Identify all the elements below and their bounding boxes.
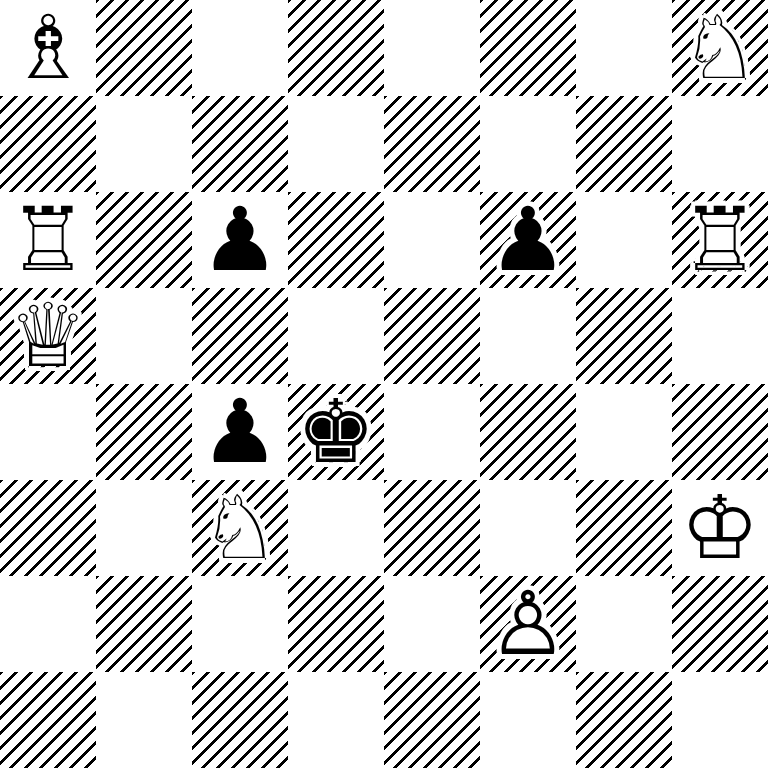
square-f5[interactable] (480, 288, 576, 384)
square-f8[interactable] (480, 0, 576, 96)
piece-black-pawn[interactable]: ♟ (192, 192, 288, 288)
piece-outline-layer: ♙ (480, 576, 576, 672)
square-g2[interactable] (576, 576, 672, 672)
chessboard: ♝♗♞♘♜♖♟♟♜♖♛♕♟♚♞♘♚♔♟♙ (0, 0, 768, 768)
square-a6[interactable]: ♜♖ (0, 192, 96, 288)
square-a2[interactable] (0, 576, 96, 672)
square-d1[interactable] (288, 672, 384, 768)
piece-solid-layer: ♟ (192, 384, 288, 480)
square-a5[interactable]: ♛♕ (0, 288, 96, 384)
square-f4[interactable] (480, 384, 576, 480)
square-h5[interactable] (672, 288, 768, 384)
piece-white-knight[interactable]: ♞♘ (672, 0, 768, 96)
square-h4[interactable] (672, 384, 768, 480)
square-g8[interactable] (576, 0, 672, 96)
square-a8[interactable]: ♝♗ (0, 0, 96, 96)
piece-solid-layer: ♟ (480, 192, 576, 288)
square-d8[interactable] (288, 0, 384, 96)
square-f3[interactable] (480, 480, 576, 576)
square-d5[interactable] (288, 288, 384, 384)
piece-outline-layer: ♔ (672, 480, 768, 576)
square-h1[interactable] (672, 672, 768, 768)
square-h8[interactable]: ♞♘ (672, 0, 768, 96)
piece-white-queen[interactable]: ♛♕ (0, 288, 96, 384)
square-c3[interactable]: ♞♘ (192, 480, 288, 576)
square-g1[interactable] (576, 672, 672, 768)
square-d4[interactable]: ♚ (288, 384, 384, 480)
piece-outline-layer: ♖ (672, 192, 768, 288)
square-e3[interactable] (384, 480, 480, 576)
square-a1[interactable] (0, 672, 96, 768)
square-d7[interactable] (288, 96, 384, 192)
square-c6[interactable]: ♟ (192, 192, 288, 288)
piece-outline-layer: ♘ (672, 0, 768, 96)
square-b8[interactable] (96, 0, 192, 96)
piece-black-pawn[interactable]: ♟ (480, 192, 576, 288)
piece-white-knight[interactable]: ♞♘ (192, 480, 288, 576)
square-b6[interactable] (96, 192, 192, 288)
square-g7[interactable] (576, 96, 672, 192)
square-f7[interactable] (480, 96, 576, 192)
square-e4[interactable] (384, 384, 480, 480)
piece-black-pawn[interactable]: ♟ (192, 384, 288, 480)
square-d2[interactable] (288, 576, 384, 672)
square-c7[interactable] (192, 96, 288, 192)
square-f1[interactable] (480, 672, 576, 768)
square-d6[interactable] (288, 192, 384, 288)
square-b1[interactable] (96, 672, 192, 768)
square-e2[interactable] (384, 576, 480, 672)
square-b3[interactable] (96, 480, 192, 576)
square-b7[interactable] (96, 96, 192, 192)
square-e5[interactable] (384, 288, 480, 384)
square-h3[interactable]: ♚♔ (672, 480, 768, 576)
square-c4[interactable]: ♟ (192, 384, 288, 480)
square-a7[interactable] (0, 96, 96, 192)
square-c8[interactable] (192, 0, 288, 96)
square-g5[interactable] (576, 288, 672, 384)
piece-solid-layer: ♟ (192, 192, 288, 288)
square-h2[interactable] (672, 576, 768, 672)
square-g4[interactable] (576, 384, 672, 480)
square-c1[interactable] (192, 672, 288, 768)
piece-outline-layer: ♖ (0, 192, 96, 288)
square-h6[interactable]: ♜♖ (672, 192, 768, 288)
square-b4[interactable] (96, 384, 192, 480)
piece-white-pawn[interactable]: ♟♙ (480, 576, 576, 672)
square-e6[interactable] (384, 192, 480, 288)
square-c2[interactable] (192, 576, 288, 672)
piece-white-king[interactable]: ♚♔ (672, 480, 768, 576)
square-e8[interactable] (384, 0, 480, 96)
piece-white-rook[interactable]: ♜♖ (672, 192, 768, 288)
square-b5[interactable] (96, 288, 192, 384)
piece-outline-layer: ♗ (0, 0, 96, 96)
square-b2[interactable] (96, 576, 192, 672)
square-e1[interactable] (384, 672, 480, 768)
piece-outline-layer: ♕ (0, 288, 96, 384)
square-a3[interactable] (0, 480, 96, 576)
square-f2[interactable]: ♟♙ (480, 576, 576, 672)
piece-black-king[interactable]: ♚ (288, 384, 384, 480)
piece-white-rook[interactable]: ♜♖ (0, 192, 96, 288)
square-h7[interactable] (672, 96, 768, 192)
square-c5[interactable] (192, 288, 288, 384)
piece-white-bishop[interactable]: ♝♗ (0, 0, 96, 96)
piece-outline-layer: ♘ (192, 480, 288, 576)
square-e7[interactable] (384, 96, 480, 192)
square-g3[interactable] (576, 480, 672, 576)
piece-solid-layer: ♚ (288, 384, 384, 480)
square-g6[interactable] (576, 192, 672, 288)
square-f6[interactable]: ♟ (480, 192, 576, 288)
square-a4[interactable] (0, 384, 96, 480)
square-d3[interactable] (288, 480, 384, 576)
